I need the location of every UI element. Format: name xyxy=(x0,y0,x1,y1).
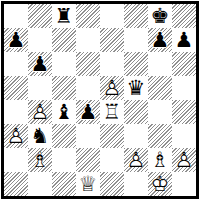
square-f3[interactable] xyxy=(124,124,148,148)
square-h4[interactable] xyxy=(172,100,196,124)
square-d4[interactable]: ♟ xyxy=(76,100,100,124)
square-g7[interactable]: ♟ xyxy=(148,28,172,52)
piece-white-pawn: ♙ xyxy=(4,124,28,148)
square-g1[interactable]: ♚♔ xyxy=(148,172,172,196)
piece-black-pawn: ♟ xyxy=(28,52,52,76)
piece-white-rook: ♖ xyxy=(100,100,124,124)
square-b8[interactable] xyxy=(28,4,52,28)
square-g6[interactable] xyxy=(148,52,172,76)
square-d6[interactable] xyxy=(76,52,100,76)
piece-white-king: ♔ xyxy=(148,172,172,196)
square-c4[interactable]: ♝ xyxy=(52,100,76,124)
square-g3[interactable] xyxy=(148,124,172,148)
square-d1[interactable]: ♛♕ xyxy=(76,172,100,196)
square-b4[interactable]: ♟♙ xyxy=(28,100,52,124)
square-h6[interactable] xyxy=(172,52,196,76)
square-b6[interactable]: ♟ xyxy=(28,52,52,76)
square-d3[interactable] xyxy=(76,124,100,148)
square-e7[interactable] xyxy=(100,28,124,52)
square-a6[interactable] xyxy=(4,52,28,76)
piece-black-pawn: ♟ xyxy=(4,28,28,52)
piece-white-bishop: ♗ xyxy=(28,148,52,172)
square-f7[interactable] xyxy=(124,28,148,52)
square-c7[interactable] xyxy=(52,28,76,52)
square-h8[interactable] xyxy=(172,4,196,28)
piece-black-king: ♚ xyxy=(148,4,172,28)
square-c6[interactable] xyxy=(52,52,76,76)
piece-white-pawn: ♙ xyxy=(28,100,52,124)
square-a1[interactable] xyxy=(4,172,28,196)
square-e1[interactable] xyxy=(100,172,124,196)
square-h5[interactable] xyxy=(172,76,196,100)
square-b7[interactable] xyxy=(28,28,52,52)
square-c5[interactable] xyxy=(52,76,76,100)
piece-white-queen: ♕ xyxy=(76,172,100,196)
piece-black-knight: ♞ xyxy=(28,124,52,148)
piece-white-pawn: ♙ xyxy=(100,76,124,100)
square-a8[interactable] xyxy=(4,4,28,28)
square-g5[interactable] xyxy=(148,76,172,100)
square-f6[interactable] xyxy=(124,52,148,76)
square-b3[interactable]: ♞ xyxy=(28,124,52,148)
square-c1[interactable] xyxy=(52,172,76,196)
square-b1[interactable] xyxy=(28,172,52,196)
piece-black-pawn: ♟ xyxy=(172,28,196,52)
square-g8[interactable]: ♚ xyxy=(148,4,172,28)
square-b2[interactable]: ♝♗ xyxy=(28,148,52,172)
square-h1[interactable] xyxy=(172,172,196,196)
piece-white-pawn: ♙ xyxy=(124,148,148,172)
square-g4[interactable] xyxy=(148,100,172,124)
square-a5[interactable] xyxy=(4,76,28,100)
square-a3[interactable]: ♟♙ xyxy=(4,124,28,148)
square-e5[interactable]: ♟♙ xyxy=(100,76,124,100)
square-f8[interactable] xyxy=(124,4,148,28)
square-g2[interactable]: ♝♗ xyxy=(148,148,172,172)
piece-black-pawn: ♟ xyxy=(148,28,172,52)
square-b5[interactable] xyxy=(28,76,52,100)
piece-white-pawn: ♙ xyxy=(172,148,196,172)
square-e8[interactable] xyxy=(100,4,124,28)
chess-board: ♜♚♟♟♟♟♟♙♛♟♙♝♟♜♖♟♙♞♝♗♟♙♝♗♟♙♛♕♚♔ xyxy=(4,4,196,196)
piece-black-bishop: ♝ xyxy=(52,100,76,124)
square-f2[interactable]: ♟♙ xyxy=(124,148,148,172)
square-f5[interactable]: ♛ xyxy=(124,76,148,100)
piece-black-rook: ♜ xyxy=(52,4,76,28)
square-e2[interactable] xyxy=(100,148,124,172)
square-e6[interactable] xyxy=(100,52,124,76)
square-a4[interactable] xyxy=(4,100,28,124)
square-f1[interactable] xyxy=(124,172,148,196)
square-c8[interactable]: ♜ xyxy=(52,4,76,28)
square-a2[interactable] xyxy=(4,148,28,172)
square-e4[interactable]: ♜♖ xyxy=(100,100,124,124)
square-f4[interactable] xyxy=(124,100,148,124)
chess-board-frame: ♜♚♟♟♟♟♟♙♛♟♙♝♟♜♖♟♙♞♝♗♟♙♝♗♟♙♛♕♚♔ xyxy=(1,1,199,199)
square-a7[interactable]: ♟ xyxy=(4,28,28,52)
square-d8[interactable] xyxy=(76,4,100,28)
piece-black-pawn: ♟ xyxy=(76,100,100,124)
square-d7[interactable] xyxy=(76,28,100,52)
square-h7[interactable]: ♟ xyxy=(172,28,196,52)
piece-white-bishop: ♗ xyxy=(148,148,172,172)
piece-black-queen: ♛ xyxy=(124,76,148,100)
square-c3[interactable] xyxy=(52,124,76,148)
square-h2[interactable]: ♟♙ xyxy=(172,148,196,172)
square-d2[interactable] xyxy=(76,148,100,172)
square-c2[interactable] xyxy=(52,148,76,172)
square-d5[interactable] xyxy=(76,76,100,100)
square-e3[interactable] xyxy=(100,124,124,148)
square-h3[interactable] xyxy=(172,124,196,148)
